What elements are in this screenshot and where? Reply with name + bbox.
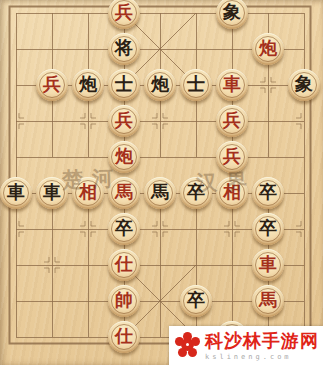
xiangqi-piece-black-4-3[interactable]: 士 [108,69,140,101]
xiangqi-piece-black-3-3[interactable]: 炮 [72,69,104,101]
xiangqi-piece-red-8-9[interactable]: 馬 [252,285,284,317]
xiangqi-piece-red-7-6[interactable]: 相 [216,177,248,209]
piece-glyph: 卒 [115,219,133,237]
xiangqi-piece-red-4-4[interactable]: 兵 [108,105,140,137]
xiangqi-piece-red-4-9[interactable]: 帥 [108,285,140,317]
xiangqi-piece-black-5-3[interactable]: 炮 [144,69,176,101]
piece-glyph: 馬 [151,183,169,201]
piece-glyph: 炮 [151,75,169,93]
xiangqi-piece-black-1-6[interactable]: 車 [0,177,32,209]
ad-banner[interactable]: 科沙林手游网 kslineng.com [169,326,323,365]
xiangqi-piece-red-7-5[interactable]: 兵 [216,141,248,173]
xiangqi-piece-black-9-3[interactable]: 象 [288,69,320,101]
xiangqi-piece-red-4-10[interactable]: 仕 [108,321,140,353]
flower-logo-icon [183,340,192,349]
piece-glyph: 相 [79,183,97,201]
piece-glyph: 帥 [115,291,133,309]
piece-glyph: 炮 [115,147,133,165]
xiangqi-piece-black-4-7[interactable]: 卒 [108,213,140,245]
piece-glyph: 卒 [187,291,205,309]
piece-glyph: 炮 [259,39,277,57]
piece-glyph: 兵 [115,3,133,21]
xiangqi-piece-red-7-3[interactable]: 車 [216,69,248,101]
xiangqi-piece-black-6-3[interactable]: 士 [180,69,212,101]
xiangqi-piece-black-4-2[interactable]: 将 [108,33,140,65]
piece-glyph: 馬 [115,183,133,201]
piece-glyph: 炮 [79,75,97,93]
piece-glyph: 兵 [223,111,241,129]
piece-glyph: 将 [115,39,133,57]
piece-glyph: 士 [115,75,133,93]
xiangqi-piece-red-8-2[interactable]: 炮 [252,33,284,65]
piece-glyph: 卒 [187,183,205,201]
piece-glyph: 仕 [115,327,133,345]
piece-glyph: 兵 [43,75,61,93]
xiangqi-piece-red-3-6[interactable]: 相 [72,177,104,209]
piece-glyph: 相 [223,183,241,201]
piece-glyph: 士 [187,75,205,93]
piece-glyph: 兵 [223,147,241,165]
banner-text: 科沙林手游网 kslineng.com [205,331,319,361]
piece-glyph: 兵 [115,111,133,129]
piece-glyph: 仕 [115,255,133,273]
piece-glyph: 車 [43,183,61,201]
site-url: kslineng.com [205,353,292,361]
xiangqi-piece-red-8-8[interactable]: 車 [252,249,284,281]
xiangqi-piece-red-2-3[interactable]: 兵 [36,69,68,101]
xiangqi-piece-black-6-9[interactable]: 卒 [180,285,212,317]
site-name: 科沙林手游网 [205,331,319,351]
piece-glyph: 車 [223,75,241,93]
xiangqi-piece-red-4-5[interactable]: 炮 [108,141,140,173]
piece-glyph: 馬 [259,291,277,309]
xiangqi-piece-black-8-7[interactable]: 卒 [252,213,284,245]
xiangqi-piece-red-4-8[interactable]: 仕 [108,249,140,281]
xiangqi-piece-black-6-6[interactable]: 卒 [180,177,212,209]
piece-glyph: 卒 [259,183,277,201]
piece-glyph: 象 [223,3,241,21]
xiangqi-piece-black-8-6[interactable]: 卒 [252,177,284,209]
piece-glyph: 車 [7,183,25,201]
piece-glyph: 象 [295,75,313,93]
xiangqi-board-screen: 楚河 汉界 兵象将炮兵炮士炮士車象兵兵炮兵車車相馬馬卒相卒卒卒仕車帥卒馬仕馬 科… [0,0,323,365]
xiangqi-piece-black-2-6[interactable]: 車 [36,177,68,209]
xiangqi-piece-red-7-4[interactable]: 兵 [216,105,248,137]
xiangqi-piece-black-5-6[interactable]: 馬 [144,177,176,209]
piece-glyph: 車 [259,255,277,273]
piece-glyph: 卒 [259,219,277,237]
xiangqi-piece-red-4-6[interactable]: 馬 [108,177,140,209]
